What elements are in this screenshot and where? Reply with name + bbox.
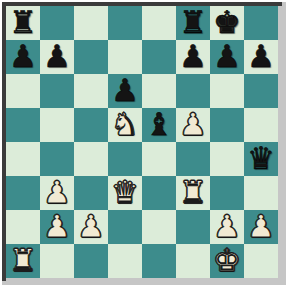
piece-white-pawn[interactable]: ♟ xyxy=(179,107,207,141)
piece-white-pawn[interactable]: ♟ xyxy=(43,209,71,243)
square-e5[interactable]: ♝ xyxy=(142,108,176,142)
square-e4[interactable] xyxy=(142,142,176,176)
square-e6[interactable] xyxy=(142,74,176,108)
square-b6[interactable] xyxy=(40,74,74,108)
square-f8[interactable]: ♜ xyxy=(176,6,210,40)
square-f4[interactable] xyxy=(176,142,210,176)
square-d3[interactable]: ♛ xyxy=(108,176,142,210)
square-g3[interactable] xyxy=(210,176,244,210)
square-a6[interactable] xyxy=(6,74,40,108)
square-d5[interactable]: ♞ xyxy=(108,108,142,142)
piece-black-rook[interactable]: ♜ xyxy=(9,5,37,39)
square-c8[interactable] xyxy=(74,6,108,40)
square-h4[interactable]: ♛ xyxy=(244,142,278,176)
square-e3[interactable] xyxy=(142,176,176,210)
piece-black-pawn[interactable]: ♟ xyxy=(247,39,275,73)
square-f7[interactable]: ♟ xyxy=(176,40,210,74)
square-h6[interactable] xyxy=(244,74,278,108)
piece-black-bishop[interactable]: ♝ xyxy=(145,107,173,141)
chess-board: ♜♜♚♟♟♟♟♟♟♞♝♟♛♟♛♜♟♟♟♟♜♚ xyxy=(6,6,278,278)
square-a5[interactable] xyxy=(6,108,40,142)
square-b7[interactable]: ♟ xyxy=(40,40,74,74)
piece-black-queen[interactable]: ♛ xyxy=(247,141,275,175)
square-b1[interactable] xyxy=(40,244,74,278)
square-g1[interactable]: ♚ xyxy=(210,244,244,278)
piece-white-rook[interactable]: ♜ xyxy=(179,175,207,209)
piece-white-pawn[interactable]: ♟ xyxy=(213,209,241,243)
square-f5[interactable]: ♟ xyxy=(176,108,210,142)
piece-white-pawn[interactable]: ♟ xyxy=(247,209,275,243)
square-a4[interactable] xyxy=(6,142,40,176)
square-b2[interactable]: ♟ xyxy=(40,210,74,244)
square-g6[interactable] xyxy=(210,74,244,108)
square-b4[interactable] xyxy=(40,142,74,176)
square-d2[interactable] xyxy=(108,210,142,244)
square-e1[interactable] xyxy=(142,244,176,278)
square-e8[interactable] xyxy=(142,6,176,40)
square-a1[interactable]: ♜ xyxy=(6,244,40,278)
square-c7[interactable] xyxy=(74,40,108,74)
square-c5[interactable] xyxy=(74,108,108,142)
square-a3[interactable] xyxy=(6,176,40,210)
square-h1[interactable] xyxy=(244,244,278,278)
square-f2[interactable] xyxy=(176,210,210,244)
piece-white-rook[interactable]: ♜ xyxy=(9,243,37,277)
square-h5[interactable] xyxy=(244,108,278,142)
square-g5[interactable] xyxy=(210,108,244,142)
piece-black-pawn[interactable]: ♟ xyxy=(213,39,241,73)
square-b5[interactable] xyxy=(40,108,74,142)
square-a2[interactable] xyxy=(6,210,40,244)
piece-white-pawn[interactable]: ♟ xyxy=(43,175,71,209)
piece-black-pawn[interactable]: ♟ xyxy=(111,73,139,107)
square-c3[interactable] xyxy=(74,176,108,210)
piece-black-rook[interactable]: ♜ xyxy=(179,5,207,39)
square-b3[interactable]: ♟ xyxy=(40,176,74,210)
piece-white-knight[interactable]: ♞ xyxy=(111,107,139,141)
square-g8[interactable]: ♚ xyxy=(210,6,244,40)
square-c2[interactable]: ♟ xyxy=(74,210,108,244)
square-c4[interactable] xyxy=(74,142,108,176)
square-d1[interactable] xyxy=(108,244,142,278)
square-g2[interactable]: ♟ xyxy=(210,210,244,244)
square-e7[interactable] xyxy=(142,40,176,74)
square-f6[interactable] xyxy=(176,74,210,108)
square-h3[interactable] xyxy=(244,176,278,210)
piece-white-queen[interactable]: ♛ xyxy=(111,175,139,209)
square-h2[interactable]: ♟ xyxy=(244,210,278,244)
square-d6[interactable]: ♟ xyxy=(108,74,142,108)
square-d8[interactable] xyxy=(108,6,142,40)
square-a7[interactable]: ♟ xyxy=(6,40,40,74)
square-b8[interactable] xyxy=(40,6,74,40)
piece-white-king[interactable]: ♚ xyxy=(213,243,241,277)
square-h7[interactable]: ♟ xyxy=(244,40,278,74)
square-h8[interactable] xyxy=(244,6,278,40)
piece-black-pawn[interactable]: ♟ xyxy=(9,39,37,73)
piece-black-pawn[interactable]: ♟ xyxy=(43,39,71,73)
square-g4[interactable] xyxy=(210,142,244,176)
square-g7[interactable]: ♟ xyxy=(210,40,244,74)
square-a8[interactable]: ♜ xyxy=(6,6,40,40)
square-f3[interactable]: ♜ xyxy=(176,176,210,210)
square-f1[interactable] xyxy=(176,244,210,278)
square-d7[interactable] xyxy=(108,40,142,74)
board-frame: ♜♜♚♟♟♟♟♟♟♞♝♟♛♟♛♜♟♟♟♟♜♚ xyxy=(0,0,286,285)
square-e2[interactable] xyxy=(142,210,176,244)
square-c6[interactable] xyxy=(74,74,108,108)
square-c1[interactable] xyxy=(74,244,108,278)
piece-black-pawn[interactable]: ♟ xyxy=(179,39,207,73)
piece-white-pawn[interactable]: ♟ xyxy=(77,209,105,243)
square-d4[interactable] xyxy=(108,142,142,176)
piece-black-king[interactable]: ♚ xyxy=(213,5,241,39)
